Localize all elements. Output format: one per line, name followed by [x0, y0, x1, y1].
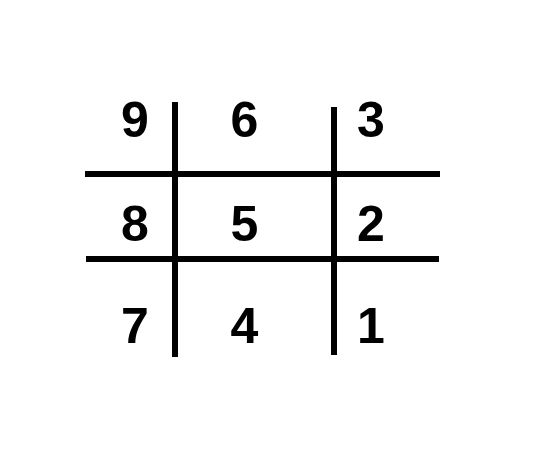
- cell-grid: 9 6 3 8 5 2 7 4 1: [85, 66, 440, 363]
- cell-8[interactable]: 8: [85, 174, 175, 259]
- cell-4[interactable]: 4: [175, 259, 334, 363]
- cell-9-label: 9: [121, 95, 149, 145]
- cell-5[interactable]: 5: [175, 174, 334, 259]
- cell-8-label: 8: [121, 199, 149, 249]
- cell-7-label: 7: [121, 301, 149, 351]
- cell-6[interactable]: 6: [175, 66, 334, 174]
- cell-6-label: 6: [231, 95, 259, 145]
- tic-tac-toe-board: 9 6 3 8 5 2 7 4 1: [0, 0, 539, 469]
- cell-3[interactable]: 3: [334, 66, 440, 174]
- cell-1[interactable]: 1: [334, 259, 440, 363]
- cell-7[interactable]: 7: [85, 259, 175, 363]
- cell-2-label: 2: [357, 199, 385, 249]
- cell-2[interactable]: 2: [334, 174, 440, 259]
- cell-4-label: 4: [231, 301, 259, 351]
- cell-5-label: 5: [231, 199, 259, 249]
- cell-9[interactable]: 9: [85, 66, 175, 174]
- cell-3-label: 3: [357, 95, 385, 145]
- cell-1-label: 1: [357, 301, 385, 351]
